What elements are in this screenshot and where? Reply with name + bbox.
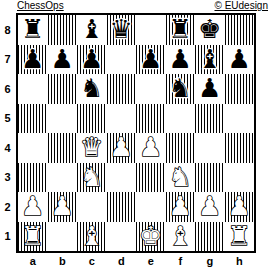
- black-pawn-g6: ♟: [198, 74, 221, 104]
- black-king-g8: ♚: [198, 15, 221, 45]
- rank-label-2: 2: [0, 192, 15, 222]
- white-pawn-b2: ♟: [51, 192, 74, 222]
- square-g5: [195, 104, 225, 134]
- black-queen-d8: ♛: [110, 15, 133, 45]
- square-f1: ♝: [166, 222, 196, 252]
- white-knight-c3: ♞: [80, 163, 103, 193]
- square-a3: [18, 163, 48, 193]
- square-e8: [136, 15, 166, 45]
- square-h5: [225, 104, 255, 134]
- square-b1: [48, 222, 78, 252]
- square-f4: [166, 133, 196, 163]
- square-d8: ♛: [107, 15, 137, 45]
- rank-label-5: 5: [0, 104, 15, 134]
- white-rook-h1: ♜: [228, 222, 251, 252]
- file-label-d: d: [107, 255, 137, 269]
- black-pawn-f7: ♟: [169, 45, 192, 75]
- rank-label-4: 4: [0, 133, 15, 163]
- square-f3: ♞: [166, 163, 196, 193]
- square-c1: ♝: [77, 222, 107, 252]
- square-g7: ♝: [195, 45, 225, 75]
- header: ChessOps © EUdesign: [0, 0, 270, 13]
- square-h6: [225, 74, 255, 104]
- white-bishop-c1: ♝: [80, 222, 103, 252]
- rank-labels: 87654321: [0, 15, 15, 251]
- black-bishop-g7: ♝: [198, 45, 221, 75]
- square-c4: ♛: [77, 133, 107, 163]
- black-bishop-c8: ♝: [80, 15, 103, 45]
- file-labels: abcdefgh: [18, 255, 254, 269]
- black-pawn-b7: ♟: [51, 45, 74, 75]
- square-d3: [107, 163, 137, 193]
- square-b5: [48, 104, 78, 134]
- square-e5: [136, 104, 166, 134]
- square-g6: ♟: [195, 74, 225, 104]
- square-e2: [136, 192, 166, 222]
- white-pawn-a2: ♟: [21, 192, 44, 222]
- file-label-c: c: [77, 255, 107, 269]
- square-b7: ♟: [48, 45, 78, 75]
- square-b2: ♟: [48, 192, 78, 222]
- square-c7: ♟: [77, 45, 107, 75]
- black-rook-a8: ♜: [21, 15, 44, 45]
- square-g2: ♟: [195, 192, 225, 222]
- square-f6: ♞: [166, 74, 196, 104]
- square-d6: [107, 74, 137, 104]
- square-a5: [18, 104, 48, 134]
- rank-label-8: 8: [0, 15, 15, 45]
- square-a4: [18, 133, 48, 163]
- square-h8: [225, 15, 255, 45]
- chess-board: ♜♝♛♜♚♟♟♟♟♟♝♟♞♞♟♛♟♟♞♞♟♟♟♟♟♜♝♚♝♜: [16, 13, 256, 253]
- square-c8: ♝: [77, 15, 107, 45]
- square-a8: ♜: [18, 15, 48, 45]
- square-h4: [225, 133, 255, 163]
- square-h1: ♜: [225, 222, 255, 252]
- white-pawn-d4: ♟: [110, 133, 133, 163]
- file-label-e: e: [136, 255, 166, 269]
- black-knight-c6: ♞: [80, 74, 103, 104]
- square-c2: [77, 192, 107, 222]
- file-label-b: b: [48, 255, 78, 269]
- square-h2: ♟: [225, 192, 255, 222]
- rank-label-1: 1: [0, 222, 15, 252]
- square-e3: [136, 163, 166, 193]
- credit-link[interactable]: © EUdesign: [214, 0, 268, 12]
- white-pawn-h2: ♟: [228, 192, 251, 222]
- square-h7: ♟: [225, 45, 255, 75]
- white-rook-a1: ♜: [21, 222, 44, 252]
- file-label-h: h: [225, 255, 255, 269]
- black-knight-f6: ♞: [169, 74, 192, 104]
- square-e6: [136, 74, 166, 104]
- white-knight-f3: ♞: [169, 163, 192, 193]
- rank-label-7: 7: [0, 45, 15, 75]
- black-pawn-c7: ♟: [80, 45, 103, 75]
- square-g4: [195, 133, 225, 163]
- square-b8: [48, 15, 78, 45]
- white-pawn-f2: ♟: [169, 192, 192, 222]
- square-g3: [195, 163, 225, 193]
- square-e1: ♚: [136, 222, 166, 252]
- square-e4: ♟: [136, 133, 166, 163]
- app-title-link[interactable]: ChessOps: [17, 0, 64, 12]
- file-label-g: g: [195, 255, 225, 269]
- square-a1: ♜: [18, 222, 48, 252]
- white-queen-c4: ♛: [80, 133, 103, 163]
- square-d7: [107, 45, 137, 75]
- square-a2: ♟: [18, 192, 48, 222]
- rank-label-3: 3: [0, 163, 15, 193]
- square-b6: [48, 74, 78, 104]
- square-b3: [48, 163, 78, 193]
- rank-label-6: 6: [0, 74, 15, 104]
- square-g8: ♚: [195, 15, 225, 45]
- square-d2: [107, 192, 137, 222]
- square-a7: ♟: [18, 45, 48, 75]
- square-c3: ♞: [77, 163, 107, 193]
- square-c5: [77, 104, 107, 134]
- square-h3: [225, 163, 255, 193]
- white-pawn-e4: ♟: [139, 133, 162, 163]
- square-g1: [195, 222, 225, 252]
- black-pawn-h7: ♟: [228, 45, 251, 75]
- square-f5: [166, 104, 196, 134]
- black-pawn-a7: ♟: [21, 45, 44, 75]
- square-c6: ♞: [77, 74, 107, 104]
- white-bishop-f1: ♝: [169, 222, 192, 252]
- file-label-f: f: [166, 255, 196, 269]
- square-e7: ♟: [136, 45, 166, 75]
- square-f7: ♟: [166, 45, 196, 75]
- square-d4: ♟: [107, 133, 137, 163]
- white-pawn-g2: ♟: [198, 192, 221, 222]
- square-d1: [107, 222, 137, 252]
- black-rook-f8: ♜: [169, 15, 192, 45]
- white-king-e1: ♚: [139, 222, 162, 252]
- file-label-a: a: [18, 255, 48, 269]
- square-f2: ♟: [166, 192, 196, 222]
- square-f8: ♜: [166, 15, 196, 45]
- square-d5: [107, 104, 137, 134]
- square-b4: [48, 133, 78, 163]
- black-pawn-e7: ♟: [139, 45, 162, 75]
- square-a6: [18, 74, 48, 104]
